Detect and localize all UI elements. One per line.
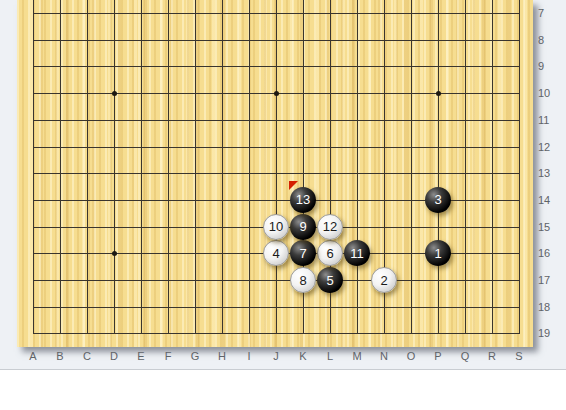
grid-hline-13 — [33, 173, 520, 174]
grid-hline-19 — [33, 333, 520, 334]
col-label-G: G — [184, 350, 206, 362]
grid-vline-F — [168, 0, 169, 334]
col-label-R: R — [481, 350, 503, 362]
col-label-C: C — [76, 350, 98, 362]
star-point-D10 — [112, 91, 117, 96]
grid-hline-18 — [33, 307, 520, 308]
grid-hline-8 — [33, 40, 520, 41]
col-label-F: F — [157, 350, 179, 362]
col-label-N: N — [373, 350, 395, 362]
grid-hline-17 — [33, 280, 520, 281]
grid-vline-A — [33, 0, 34, 334]
status-area — [0, 370, 566, 410]
grid-vline-M — [357, 0, 358, 334]
col-label-O: O — [400, 350, 422, 362]
grid-vline-G — [195, 0, 196, 334]
col-label-D: D — [103, 350, 125, 362]
row-label-16: 16 — [538, 247, 560, 259]
col-label-I: I — [238, 350, 260, 362]
grid-vline-H — [222, 0, 223, 334]
star-point-D16 — [112, 251, 117, 256]
row-label-12: 12 — [538, 141, 560, 153]
col-label-K: K — [292, 350, 314, 362]
grid-hline-7 — [33, 13, 520, 14]
row-label-14: 14 — [538, 194, 560, 206]
grid-hline-9 — [33, 66, 520, 67]
stone-white-8-K17: 8 — [290, 267, 316, 293]
row-label-7: 7 — [538, 7, 560, 19]
grid-vline-D — [114, 0, 115, 334]
stone-white-2-N17: 2 — [371, 267, 397, 293]
row-label-18: 18 — [538, 301, 560, 313]
grid-vline-E — [141, 0, 142, 334]
col-label-M: M — [346, 350, 368, 362]
star-point-P10 — [436, 91, 441, 96]
row-label-19: 19 — [538, 327, 560, 339]
grid-vline-C — [87, 0, 88, 334]
row-label-13: 13 — [538, 167, 560, 179]
stone-black-3-P14: 3 — [425, 187, 451, 213]
row-label-17: 17 — [538, 274, 560, 286]
stone-white-12-L15: 12 — [317, 214, 343, 240]
stone-white-10-J15: 10 — [263, 214, 289, 240]
grid-vline-J — [276, 0, 277, 334]
grid-vline-B — [60, 0, 61, 334]
go-app-window: 12345678910111213 ABCDEFGHIJKLMNOPQRS789… — [0, 0, 566, 410]
grid-vline-O — [411, 0, 412, 334]
grid-vline-Q — [465, 0, 466, 334]
col-label-P: P — [427, 350, 449, 362]
star-point-J10 — [274, 91, 279, 96]
row-label-8: 8 — [538, 34, 560, 46]
stone-black-9-K15: 9 — [290, 214, 316, 240]
col-label-Q: Q — [454, 350, 476, 362]
col-label-H: H — [211, 350, 233, 362]
row-label-10: 10 — [538, 87, 560, 99]
col-label-B: B — [49, 350, 71, 362]
grid-hline-11 — [33, 120, 520, 121]
col-label-A: A — [22, 350, 44, 362]
col-label-L: L — [319, 350, 341, 362]
grid-hline-12 — [33, 147, 520, 148]
row-label-15: 15 — [538, 221, 560, 233]
stone-black-13-K14: 13 — [290, 187, 316, 213]
grid-vline-I — [249, 0, 250, 334]
row-label-9: 9 — [538, 60, 560, 72]
stone-black-5-L17: 5 — [317, 267, 343, 293]
col-label-J: J — [265, 350, 287, 362]
grid-vline-S — [519, 0, 520, 334]
go-board[interactable] — [17, 0, 533, 347]
col-label-E: E — [130, 350, 152, 362]
grid-vline-P — [438, 0, 439, 334]
col-label-S: S — [508, 350, 530, 362]
grid-vline-R — [492, 0, 493, 334]
row-label-11: 11 — [538, 114, 560, 126]
